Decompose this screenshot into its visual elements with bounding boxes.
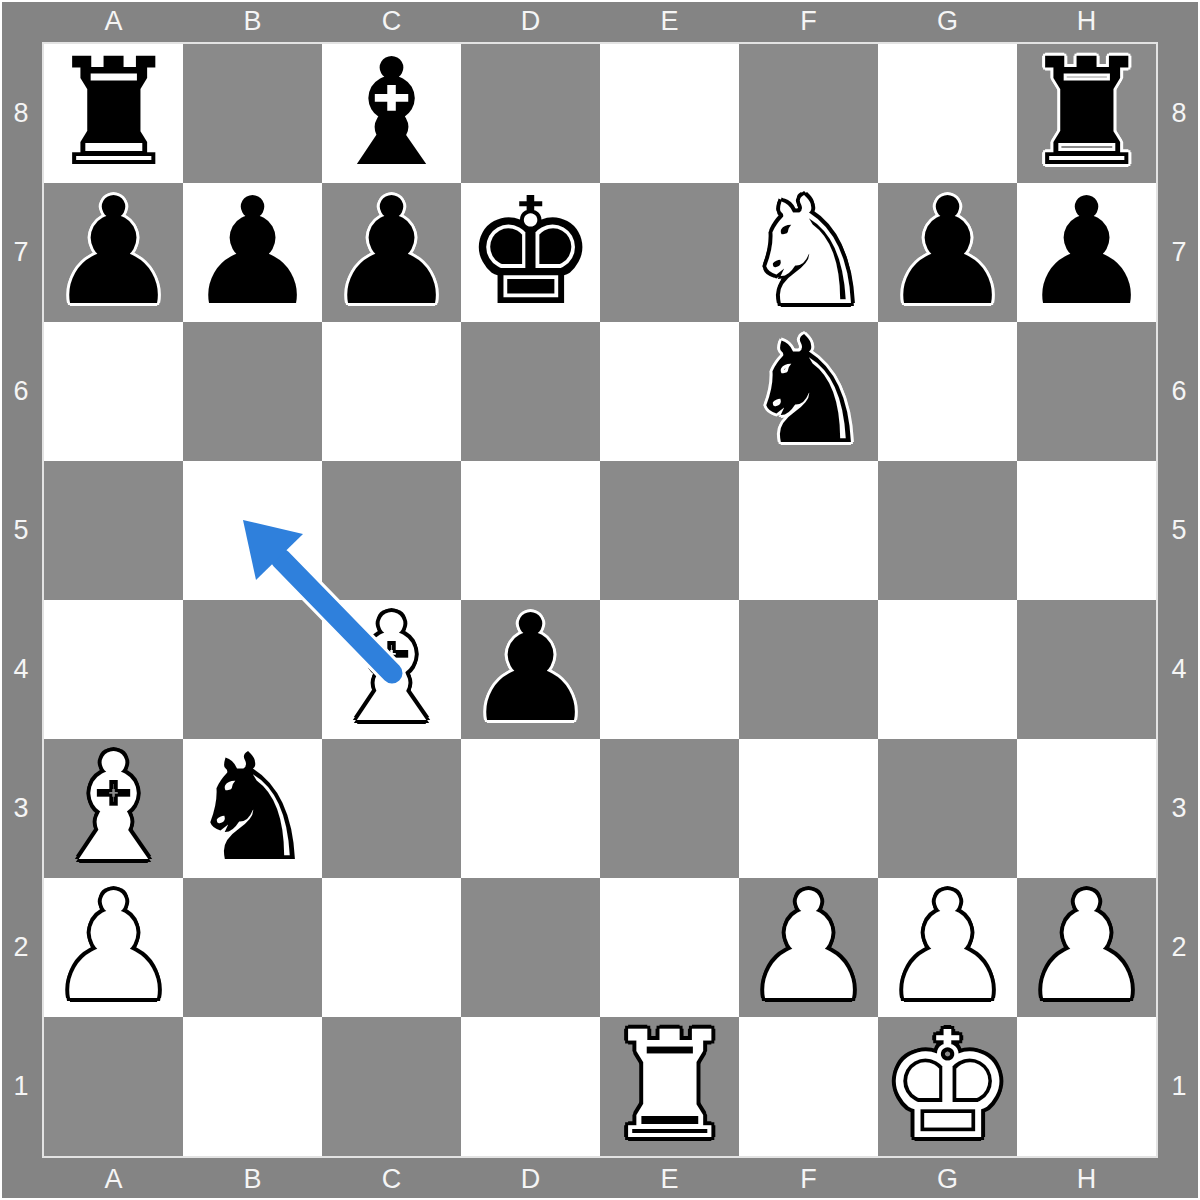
square-a7[interactable]: ♟ [44, 183, 183, 322]
file-label-bottom-a: A [44, 1158, 183, 1200]
square-b1[interactable] [183, 1017, 322, 1156]
rank-label-right-6: 6 [1158, 322, 1200, 461]
file-label-top-e: E [600, 0, 739, 42]
rank-label-right-7: 7 [1158, 183, 1200, 322]
piece-white-king[interactable]: ♚ [881, 1017, 1014, 1156]
rank-label-right-5: 5 [1158, 461, 1200, 600]
square-g2[interactable]: ♟ [878, 878, 1017, 1017]
square-d8[interactable] [461, 44, 600, 183]
square-e4[interactable] [600, 600, 739, 739]
file-label-top-b: B [183, 0, 322, 42]
square-e8[interactable] [600, 44, 739, 183]
square-f8[interactable] [739, 44, 878, 183]
file-label-top-c: C [322, 0, 461, 42]
square-e2[interactable] [600, 878, 739, 1017]
rank-label-left-7: 7 [0, 183, 42, 322]
square-h7[interactable]: ♟ [1017, 183, 1156, 322]
square-h2[interactable]: ♟ [1017, 878, 1156, 1017]
rank-label-left-4: 4 [0, 600, 42, 739]
piece-black-pawn[interactable]: ♟ [186, 183, 319, 322]
square-a3[interactable]: ♝ [44, 739, 183, 878]
piece-white-pawn[interactable]: ♟ [1020, 878, 1153, 1017]
square-c6[interactable] [322, 322, 461, 461]
square-a4[interactable] [44, 600, 183, 739]
square-d5[interactable] [461, 461, 600, 600]
rank-label-left-6: 6 [0, 322, 42, 461]
square-d1[interactable] [461, 1017, 600, 1156]
square-b6[interactable] [183, 322, 322, 461]
square-e3[interactable] [600, 739, 739, 878]
piece-black-pawn[interactable]: ♟ [1020, 183, 1153, 322]
rank-label-left-5: 5 [0, 461, 42, 600]
file-label-top-g: G [878, 0, 1017, 42]
square-b4[interactable] [183, 600, 322, 739]
square-g5[interactable] [878, 461, 1017, 600]
square-c1[interactable] [322, 1017, 461, 1156]
square-g6[interactable] [878, 322, 1017, 461]
rank-label-right-1: 1 [1158, 1017, 1200, 1156]
square-g8[interactable] [878, 44, 1017, 183]
file-label-bottom-h: H [1017, 1158, 1156, 1200]
rank-label-right-3: 3 [1158, 739, 1200, 878]
square-d2[interactable] [461, 878, 600, 1017]
square-h6[interactable] [1017, 322, 1156, 461]
square-c8[interactable]: ♝ [322, 44, 461, 183]
square-b2[interactable] [183, 878, 322, 1017]
square-h3[interactable] [1017, 739, 1156, 878]
square-d4[interactable]: ♟ [461, 600, 600, 739]
square-g1[interactable]: ♚ [878, 1017, 1017, 1156]
piece-black-knight[interactable]: ♞ [186, 739, 319, 878]
square-c2[interactable] [322, 878, 461, 1017]
piece-white-bishop[interactable]: ♝ [47, 739, 180, 878]
square-f1[interactable] [739, 1017, 878, 1156]
square-f6[interactable]: ♞ [739, 322, 878, 461]
square-e7[interactable] [600, 183, 739, 322]
square-d6[interactable] [461, 322, 600, 461]
rank-label-left-8: 8 [0, 44, 42, 183]
piece-black-knight[interactable]: ♞ [742, 322, 875, 461]
file-label-bottom-e: E [600, 1158, 739, 1200]
square-b3[interactable]: ♞ [183, 739, 322, 878]
square-f2[interactable]: ♟ [739, 878, 878, 1017]
file-label-bottom-d: D [461, 1158, 600, 1200]
square-f3[interactable] [739, 739, 878, 878]
square-c4[interactable]: ♝ [322, 600, 461, 739]
square-d3[interactable] [461, 739, 600, 878]
file-label-bottom-g: G [878, 1158, 1017, 1200]
square-a6[interactable] [44, 322, 183, 461]
file-label-bottom-f: F [739, 1158, 878, 1200]
square-c3[interactable] [322, 739, 461, 878]
square-e5[interactable] [600, 461, 739, 600]
piece-black-pawn[interactable]: ♟ [881, 183, 1014, 322]
piece-white-bishop[interactable]: ♝ [325, 600, 458, 739]
piece-black-pawn[interactable]: ♟ [325, 183, 458, 322]
square-h8[interactable]: ♜ [1017, 44, 1156, 183]
file-label-top-a: A [44, 0, 183, 42]
rank-label-right-4: 4 [1158, 600, 1200, 739]
square-a8[interactable]: ♜ [44, 44, 183, 183]
piece-black-king[interactable]: ♚ [464, 183, 597, 322]
square-b8[interactable] [183, 44, 322, 183]
file-label-bottom-c: C [322, 1158, 461, 1200]
square-f7[interactable]: ♞ [739, 183, 878, 322]
piece-white-knight[interactable]: ♞ [742, 183, 875, 322]
file-label-bottom-b: B [183, 1158, 322, 1200]
chess-board: ♜♝♜♟♟♟♚♞♟♟♞♝♟♝♞♟♟♟♟♜♚ [42, 42, 1158, 1158]
square-g4[interactable] [878, 600, 1017, 739]
square-g7[interactable]: ♟ [878, 183, 1017, 322]
square-b7[interactable]: ♟ [183, 183, 322, 322]
piece-white-rook[interactable]: ♜ [603, 1017, 736, 1156]
square-a1[interactable] [44, 1017, 183, 1156]
piece-white-pawn[interactable]: ♟ [742, 878, 875, 1017]
file-label-top-f: F [739, 0, 878, 42]
square-b5[interactable] [183, 461, 322, 600]
piece-white-pawn[interactable]: ♟ [881, 878, 1014, 1017]
square-e6[interactable] [600, 322, 739, 461]
square-a5[interactable] [44, 461, 183, 600]
file-label-top-d: D [461, 0, 600, 42]
square-e1[interactable]: ♜ [600, 1017, 739, 1156]
piece-black-bishop[interactable]: ♝ [325, 44, 458, 183]
piece-black-rook[interactable]: ♜ [47, 44, 180, 183]
piece-black-rook[interactable]: ♜ [1020, 44, 1153, 183]
rank-label-left-1: 1 [0, 1017, 42, 1156]
rank-label-right-8: 8 [1158, 44, 1200, 183]
square-d7[interactable]: ♚ [461, 183, 600, 322]
square-c5[interactable] [322, 461, 461, 600]
rank-label-right-2: 2 [1158, 878, 1200, 1017]
rank-label-left-2: 2 [0, 878, 42, 1017]
square-f4[interactable] [739, 600, 878, 739]
square-g3[interactable] [878, 739, 1017, 878]
piece-black-pawn[interactable]: ♟ [464, 600, 597, 739]
square-c7[interactable]: ♟ [322, 183, 461, 322]
piece-white-pawn[interactable]: ♟ [47, 878, 180, 1017]
rank-label-left-3: 3 [0, 739, 42, 878]
square-h5[interactable] [1017, 461, 1156, 600]
piece-black-pawn[interactable]: ♟ [47, 183, 180, 322]
file-label-top-h: H [1017, 0, 1156, 42]
square-h1[interactable] [1017, 1017, 1156, 1156]
square-a2[interactable]: ♟ [44, 878, 183, 1017]
square-h4[interactable] [1017, 600, 1156, 739]
square-f5[interactable] [739, 461, 878, 600]
